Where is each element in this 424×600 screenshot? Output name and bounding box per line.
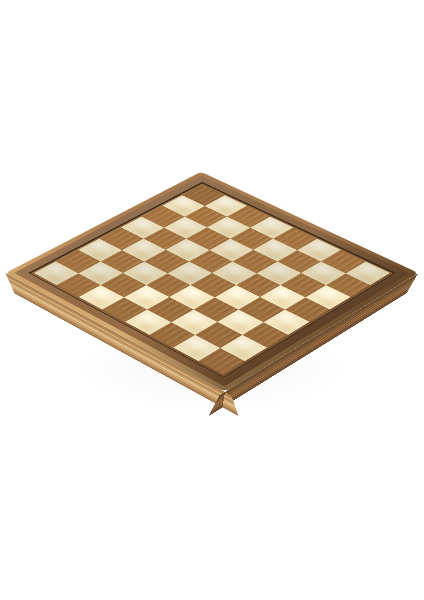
square-c2 <box>101 273 146 297</box>
square-e4 <box>191 273 236 297</box>
square-g6 <box>281 273 326 297</box>
square-g2 <box>195 322 242 348</box>
square-f4 <box>215 285 260 309</box>
square-g4 <box>239 297 285 322</box>
square-e2 <box>147 297 193 322</box>
square-e3 <box>169 285 214 309</box>
square-d3 <box>146 273 191 297</box>
square-f3 <box>193 297 239 322</box>
square-f2 <box>171 309 217 334</box>
square-g3 <box>217 309 263 334</box>
product-photo <box>0 0 424 600</box>
